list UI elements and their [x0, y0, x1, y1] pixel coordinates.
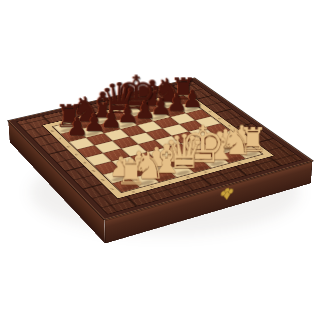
product-photo-scene: abcdefgh abcdefgh 87654321 87654321 ♜♞♝♛…	[0, 0, 322, 322]
coord-label: 5	[74, 153, 79, 156]
coord-label: 4	[82, 161, 87, 164]
coord-label: 2	[100, 179, 105, 182]
coord-label: 6	[208, 111, 213, 113]
coord-label: c	[167, 180, 172, 183]
coord-label: b	[149, 185, 155, 188]
coord-label: 1	[109, 188, 115, 191]
brass-clasp-icon	[219, 186, 234, 203]
piece-dark-pawn[interactable]: ♟	[66, 114, 88, 139]
coord-label: h	[253, 157, 259, 160]
piece-light-rook[interactable]: ♜	[115, 154, 146, 189]
coord-label: a	[130, 190, 136, 193]
coord-label: d	[185, 175, 191, 178]
